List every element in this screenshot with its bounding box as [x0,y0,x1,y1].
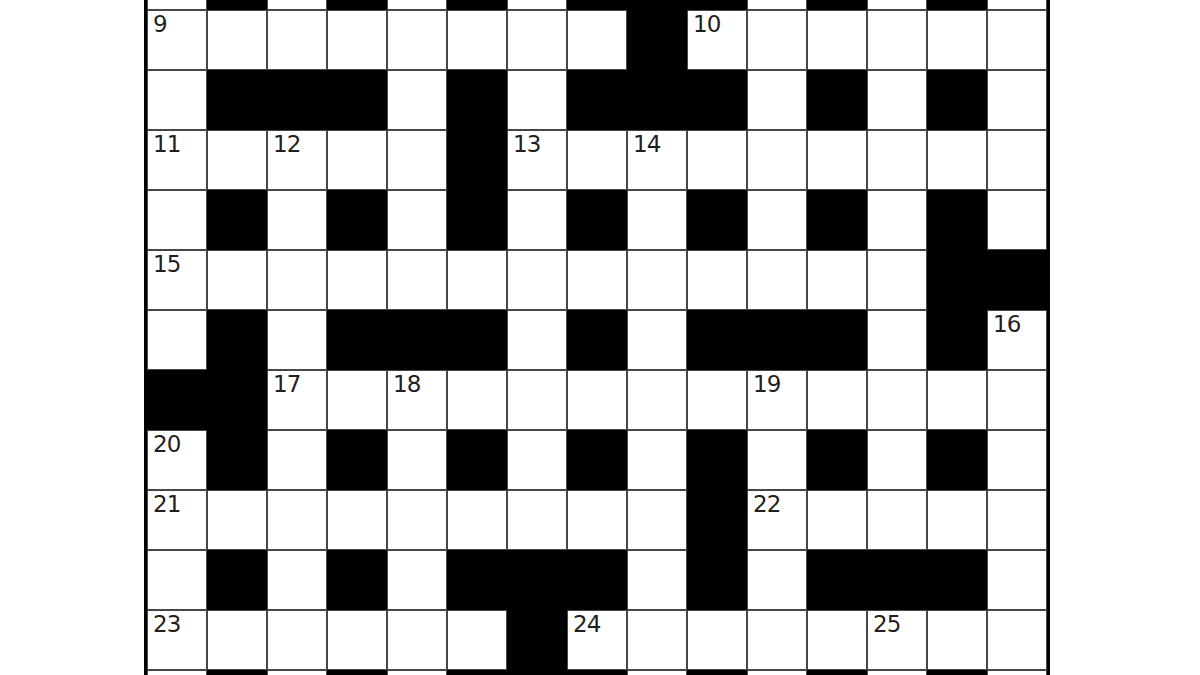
white-cell[interactable] [147,550,207,610]
black-cell [147,370,207,430]
white-cell[interactable] [387,0,447,10]
black-cell [807,70,867,130]
white-cell[interactable] [627,190,687,250]
clue-number: 14 [633,132,660,157]
white-cell[interactable]: 17 [267,370,327,430]
black-cell [447,670,507,675]
white-cell[interactable] [927,490,987,550]
white-cell[interactable] [747,190,807,250]
white-cell[interactable] [687,610,747,670]
white-cell[interactable]: 10 [687,10,747,70]
black-cell [327,190,387,250]
white-cell[interactable] [987,70,1047,130]
white-cell[interactable] [567,10,627,70]
white-cell[interactable] [267,550,327,610]
white-cell[interactable]: 25 [867,610,927,670]
white-cell[interactable] [747,550,807,610]
black-cell [927,670,987,675]
black-cell [447,310,507,370]
white-cell[interactable] [267,490,327,550]
white-cell[interactable]: 23 [147,610,207,670]
white-cell[interactable]: 21 [147,490,207,550]
black-cell [687,190,747,250]
white-cell[interactable]: 22 [747,490,807,550]
white-cell[interactable] [387,430,447,490]
crossword-grid: 910111213141516171819202122232425 [147,0,1047,675]
white-cell[interactable] [867,430,927,490]
white-cell[interactable]: 20 [147,430,207,490]
black-cell [687,0,747,10]
white-cell[interactable] [507,430,567,490]
white-cell[interactable] [327,610,387,670]
white-cell[interactable] [987,190,1047,250]
black-cell [927,310,987,370]
white-cell[interactable] [147,190,207,250]
white-cell[interactable] [387,610,447,670]
white-cell[interactable] [987,10,1047,70]
white-cell[interactable] [447,10,507,70]
white-cell[interactable] [387,490,447,550]
black-cell [987,250,1047,310]
white-cell[interactable] [567,250,627,310]
clue-number: 22 [753,492,780,517]
white-cell[interactable] [147,0,207,10]
white-cell[interactable] [327,10,387,70]
white-cell[interactable] [267,250,327,310]
clue-number: 13 [513,132,540,157]
white-cell[interactable] [507,310,567,370]
white-cell[interactable] [987,670,1047,675]
white-cell[interactable] [507,70,567,130]
black-cell [507,550,567,610]
white-cell[interactable] [807,10,867,70]
white-cell[interactable] [867,70,927,130]
white-cell[interactable] [147,310,207,370]
white-cell[interactable] [747,10,807,70]
white-cell[interactable] [987,130,1047,190]
clue-number: 19 [753,372,780,397]
black-cell [687,670,747,675]
black-cell [687,70,747,130]
black-cell [567,550,627,610]
white-cell[interactable] [867,250,927,310]
white-cell[interactable] [507,190,567,250]
black-cell [507,670,567,675]
black-cell [447,130,507,190]
white-cell[interactable] [987,370,1047,430]
white-cell[interactable] [387,550,447,610]
white-cell[interactable] [447,490,507,550]
black-cell [927,250,987,310]
white-cell[interactable] [927,130,987,190]
black-cell [507,610,567,670]
black-cell [927,0,987,10]
white-cell[interactable] [747,70,807,130]
black-cell [807,550,867,610]
white-cell[interactable] [687,370,747,430]
white-cell[interactable] [807,370,867,430]
white-cell[interactable]: 19 [747,370,807,430]
clue-number: 9 [153,12,167,37]
white-cell[interactable] [927,370,987,430]
white-cell[interactable] [327,130,387,190]
white-cell[interactable] [567,130,627,190]
white-cell[interactable] [747,610,807,670]
white-cell[interactable] [627,490,687,550]
white-cell[interactable] [627,250,687,310]
white-cell[interactable] [747,130,807,190]
white-cell[interactable] [207,250,267,310]
white-cell[interactable] [867,370,927,430]
white-cell[interactable] [867,0,927,10]
white-cell[interactable] [627,310,687,370]
clue-number: 11 [153,132,180,157]
white-cell[interactable] [507,0,567,10]
white-cell[interactable] [267,610,327,670]
black-cell [807,0,867,10]
white-cell[interactable] [387,10,447,70]
black-cell [267,70,327,130]
clue-number: 23 [153,612,180,637]
crossword-page: 910111213141516171819202122232425 [0,0,1200,675]
white-cell[interactable]: 9 [147,10,207,70]
clue-number: 17 [273,372,300,397]
black-cell [927,430,987,490]
white-cell[interactable]: 13 [507,130,567,190]
white-cell[interactable] [387,70,447,130]
white-cell[interactable] [207,490,267,550]
clue-number: 21 [153,492,180,517]
white-cell[interactable] [987,610,1047,670]
white-cell[interactable] [867,10,927,70]
black-cell [447,70,507,130]
black-cell [327,430,387,490]
clue-number: 12 [273,132,300,157]
clue-number: 20 [153,432,180,457]
white-cell[interactable] [147,670,207,675]
white-cell[interactable] [267,190,327,250]
black-cell [687,490,747,550]
white-cell[interactable] [267,310,327,370]
white-cell[interactable] [987,490,1047,550]
black-cell [687,430,747,490]
black-cell [207,370,267,430]
white-cell[interactable]: 14 [627,130,687,190]
white-cell[interactable] [807,250,867,310]
black-cell [447,550,507,610]
clue-number: 10 [693,12,720,37]
black-cell [567,70,627,130]
clue-number: 24 [573,612,600,637]
white-cell[interactable] [207,610,267,670]
clue-number: 16 [993,312,1020,337]
white-cell[interactable] [747,670,807,675]
black-cell [747,310,807,370]
black-cell [207,70,267,130]
white-cell[interactable] [387,130,447,190]
white-cell[interactable] [747,0,807,10]
black-cell [327,670,387,675]
black-cell [807,430,867,490]
black-cell [927,70,987,130]
white-cell[interactable] [987,0,1047,10]
white-cell[interactable] [267,670,327,675]
white-cell[interactable]: 18 [387,370,447,430]
white-cell[interactable] [627,610,687,670]
black-cell [627,0,687,10]
white-cell[interactable]: 24 [567,610,627,670]
white-cell[interactable] [267,430,327,490]
white-cell[interactable] [207,10,267,70]
white-cell[interactable] [387,190,447,250]
black-cell [567,430,627,490]
white-cell[interactable]: 11 [147,130,207,190]
black-cell [387,310,447,370]
white-cell[interactable] [987,430,1047,490]
white-cell[interactable] [447,370,507,430]
white-cell[interactable] [627,550,687,610]
black-cell [207,0,267,10]
black-cell [447,0,507,10]
black-cell [327,0,387,10]
white-cell[interactable] [867,670,927,675]
black-cell [807,190,867,250]
black-cell [207,310,267,370]
white-cell[interactable] [207,130,267,190]
black-cell [927,190,987,250]
black-cell [327,310,387,370]
white-cell[interactable] [747,250,807,310]
white-cell[interactable] [687,250,747,310]
white-cell[interactable] [507,370,567,430]
white-cell[interactable] [867,190,927,250]
clue-number: 25 [873,612,900,637]
white-cell[interactable] [387,670,447,675]
white-cell[interactable] [867,130,927,190]
white-cell[interactable] [447,250,507,310]
white-cell[interactable] [987,550,1047,610]
black-cell [207,550,267,610]
clue-number: 15 [153,252,180,277]
black-cell [207,430,267,490]
white-cell[interactable] [867,490,927,550]
black-cell [207,670,267,675]
white-cell[interactable] [327,370,387,430]
white-cell[interactable] [507,250,567,310]
white-cell[interactable] [627,430,687,490]
black-cell [567,0,627,10]
black-cell [567,190,627,250]
white-cell[interactable]: 15 [147,250,207,310]
black-cell [627,70,687,130]
white-cell[interactable] [327,250,387,310]
black-cell [207,190,267,250]
black-cell [567,670,627,675]
black-cell [327,550,387,610]
black-cell [807,670,867,675]
white-cell[interactable] [267,0,327,10]
white-cell[interactable] [867,310,927,370]
white-cell[interactable] [807,490,867,550]
white-cell[interactable] [567,490,627,550]
white-cell[interactable] [687,130,747,190]
white-cell[interactable] [807,610,867,670]
white-cell[interactable] [627,670,687,675]
black-cell [447,190,507,250]
white-cell[interactable]: 12 [267,130,327,190]
white-cell[interactable] [627,370,687,430]
black-cell [927,550,987,610]
black-cell [327,70,387,130]
white-cell[interactable] [447,610,507,670]
white-cell[interactable] [267,10,327,70]
white-cell[interactable] [567,370,627,430]
black-cell [867,550,927,610]
white-cell[interactable] [927,610,987,670]
black-cell [687,310,747,370]
white-cell[interactable] [807,130,867,190]
white-cell[interactable] [507,10,567,70]
black-cell [447,430,507,490]
black-cell [807,310,867,370]
black-cell [567,310,627,370]
white-cell[interactable] [387,250,447,310]
white-cell[interactable] [747,430,807,490]
white-cell[interactable] [147,70,207,130]
black-cell [627,10,687,70]
white-cell[interactable] [927,10,987,70]
white-cell[interactable] [327,490,387,550]
white-cell[interactable] [507,490,567,550]
black-cell [687,550,747,610]
crossword-board: 910111213141516171819202122232425 [144,0,1050,675]
clue-number: 18 [393,372,420,397]
white-cell[interactable]: 16 [987,310,1047,370]
